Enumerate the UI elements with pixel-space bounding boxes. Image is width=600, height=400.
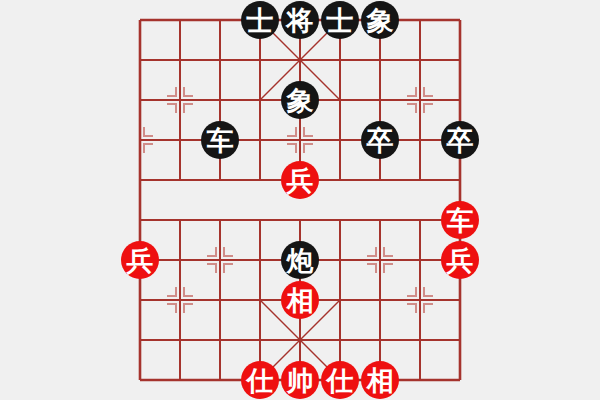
intersection-5-4[interactable] [320,160,360,200]
intersection-7-2[interactable] [400,80,440,120]
intersection-5-1[interactable] [320,40,360,80]
piece-black-chariot[interactable]: 车 [201,121,239,159]
piece-red-advisor[interactable]: 仕 [321,361,359,399]
intersection-6-2[interactable] [360,80,400,120]
intersection-6-7[interactable] [360,280,400,320]
intersection-1-6[interactable] [160,240,200,280]
intersection-0-5[interactable] [120,200,160,240]
piece-black-elephant[interactable]: 象 [361,1,399,39]
intersection-2-2[interactable] [200,80,240,120]
intersection-7-1[interactable] [400,40,440,80]
intersection-0-1[interactable] [120,40,160,80]
intersection-2-7[interactable] [200,280,240,320]
intersection-6-4[interactable] [360,160,400,200]
intersection-0-4[interactable] [120,160,160,200]
piece-black-general[interactable]: 将 [281,1,319,39]
intersection-5-5[interactable] [320,200,360,240]
intersection-8-7[interactable] [440,280,480,320]
intersection-0-2[interactable] [120,80,160,120]
piece-black-elephant[interactable]: 象 [281,81,319,119]
intersection-4-8[interactable] [280,320,320,360]
intersection-5-8[interactable] [320,320,360,360]
intersection-2-5[interactable] [200,200,240,240]
piece-red-soldier[interactable]: 兵 [121,241,159,279]
piece-red-general[interactable]: 帅 [281,361,319,399]
piece-red-elephant[interactable]: 相 [281,281,319,319]
intersection-2-0[interactable] [200,0,240,40]
intersection-5-2[interactable] [320,80,360,120]
piece-black-soldier[interactable]: 卒 [361,121,399,159]
intersection-3-3[interactable] [240,120,280,160]
intersection-5-6[interactable] [320,240,360,280]
piece-black-soldier[interactable]: 卒 [441,121,479,159]
piece-red-elephant[interactable]: 相 [361,361,399,399]
intersection-1-8[interactable] [160,320,200,360]
intersection-8-0[interactable] [440,0,480,40]
intersection-6-5[interactable] [360,200,400,240]
intersection-2-1[interactable] [200,40,240,80]
intersection-1-5[interactable] [160,200,200,240]
intersection-1-3[interactable] [160,120,200,160]
intersection-7-7[interactable] [400,280,440,320]
intersection-1-9[interactable] [160,360,200,400]
intersection-5-3[interactable] [320,120,360,160]
intersection-8-9[interactable] [440,360,480,400]
intersection-8-8[interactable] [440,320,480,360]
intersection-0-0[interactable] [120,0,160,40]
piece-black-advisor[interactable]: 士 [241,1,279,39]
piece-black-cannon[interactable]: 炮 [281,241,319,279]
intersection-3-7[interactable] [240,280,280,320]
intersection-2-4[interactable] [200,160,240,200]
intersection-4-3[interactable] [280,120,320,160]
xiangqi-screen: 士将士象象车卒卒兵车兵炮兵相仕帅仕相 [0,0,600,400]
intersection-3-8[interactable] [240,320,280,360]
piece-black-advisor[interactable]: 士 [321,1,359,39]
intersection-7-0[interactable] [400,0,440,40]
intersection-6-6[interactable] [360,240,400,280]
piece-red-advisor[interactable]: 仕 [241,361,279,399]
intersection-4-5[interactable] [280,200,320,240]
intersection-3-2[interactable] [240,80,280,120]
intersection-2-9[interactable] [200,360,240,400]
piece-red-soldier[interactable]: 兵 [441,241,479,279]
intersection-1-7[interactable] [160,280,200,320]
intersection-7-8[interactable] [400,320,440,360]
piece-red-soldier[interactable]: 兵 [281,161,319,199]
intersection-7-4[interactable] [400,160,440,200]
intersection-8-4[interactable] [440,160,480,200]
intersection-1-1[interactable] [160,40,200,80]
board-intersections [120,0,480,400]
intersection-0-8[interactable] [120,320,160,360]
intersection-3-4[interactable] [240,160,280,200]
intersection-6-8[interactable] [360,320,400,360]
intersection-0-7[interactable] [120,280,160,320]
intersection-0-9[interactable] [120,360,160,400]
intersection-0-3[interactable] [120,120,160,160]
intersection-3-1[interactable] [240,40,280,80]
intersection-7-5[interactable] [400,200,440,240]
intersection-7-9[interactable] [400,360,440,400]
intersection-1-4[interactable] [160,160,200,200]
intersection-8-2[interactable] [440,80,480,120]
intersection-3-5[interactable] [240,200,280,240]
intersection-7-3[interactable] [400,120,440,160]
xiangqi-board[interactable]: 士将士象象车卒卒兵车兵炮兵相仕帅仕相 [120,0,480,400]
intersection-2-6[interactable] [200,240,240,280]
intersection-1-0[interactable] [160,0,200,40]
intersection-6-1[interactable] [360,40,400,80]
piece-red-chariot[interactable]: 车 [441,201,479,239]
intersection-4-1[interactable] [280,40,320,80]
intersection-2-8[interactable] [200,320,240,360]
intersection-1-2[interactable] [160,80,200,120]
intersection-8-1[interactable] [440,40,480,80]
intersection-3-6[interactable] [240,240,280,280]
intersection-7-6[interactable] [400,240,440,280]
intersection-5-7[interactable] [320,280,360,320]
